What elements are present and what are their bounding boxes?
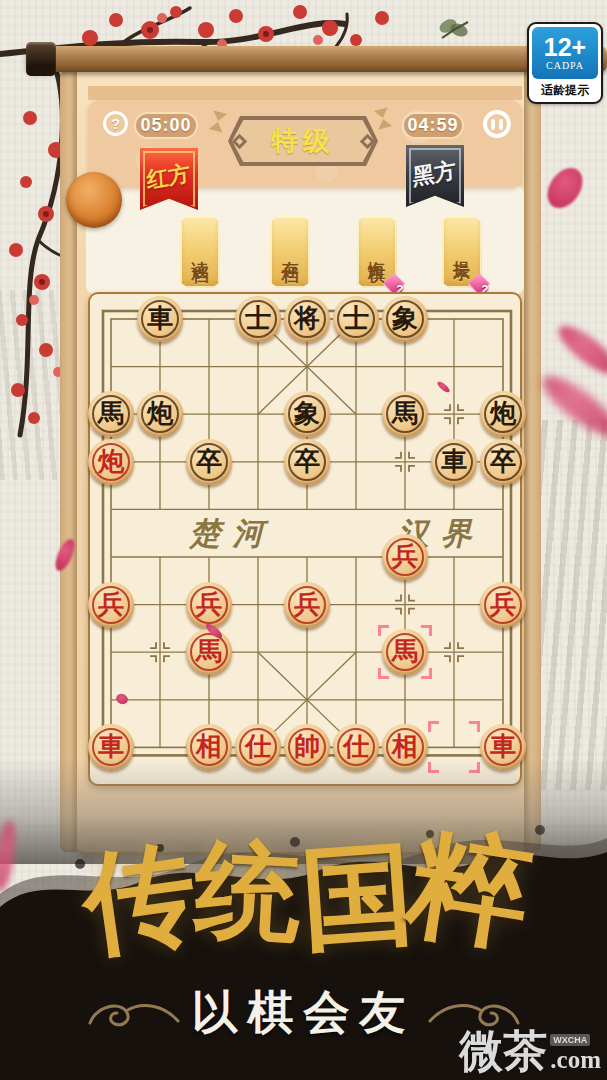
- butterfly-icon: [436, 14, 472, 46]
- cloud-flourish-left: [88, 995, 180, 1031]
- age-rating: 12+: [544, 35, 586, 60]
- piece-black-r0c1[interactable]: 車: [137, 296, 183, 342]
- piece-red-r6c0[interactable]: 兵: [88, 582, 134, 628]
- seal-medallion: [66, 172, 122, 228]
- piece-black-r2c8[interactable]: 炮: [480, 391, 526, 437]
- toolbar-button-3[interactable]: 悔棋2: [357, 216, 397, 288]
- toolbar-button-2[interactable]: 存档: [270, 216, 310, 288]
- watermark-name: 微茶: [459, 1032, 547, 1072]
- scroll-rod: [26, 46, 607, 72]
- age-rating-badge: 12+ CADPA 适龄提示: [527, 22, 603, 104]
- piece-black-r2c6[interactable]: 馬: [382, 391, 428, 437]
- piece-black-r2c4[interactable]: 象: [284, 391, 330, 437]
- last-move-to-marker: [421, 625, 432, 636]
- toolbar-button-1[interactable]: 读档: [180, 216, 220, 288]
- piece-black-r0c3[interactable]: 士: [235, 296, 281, 342]
- scroll-edge-right: [524, 72, 541, 852]
- piece-black-r2c0[interactable]: 馬: [88, 391, 134, 437]
- pause-button[interactable]: [483, 110, 511, 138]
- piece-black-r2c1[interactable]: 炮: [137, 391, 183, 437]
- help-button[interactable]: ?: [103, 111, 128, 136]
- level-badge: 特级: [228, 116, 378, 166]
- piece-black-r3c4[interactable]: 卒: [284, 439, 330, 485]
- piece-red-r7c6[interactable]: 馬: [382, 629, 428, 675]
- piece-red-r3c0[interactable]: 炮: [88, 439, 134, 485]
- question-mark-icon: ?: [111, 115, 120, 132]
- xiangqi-board[interactable]: 楚河汉界 車士将士象馬炮象馬炮炮卒卒車卒兵兵兵兵兵馬馬車相仕帥仕相車: [88, 292, 522, 786]
- toolbar-button-label: 读档: [189, 247, 212, 257]
- last-move-to-marker: [378, 668, 389, 679]
- toolbar-button-label: 提示: [450, 247, 473, 257]
- piece-black-r0c4[interactable]: 将: [284, 296, 330, 342]
- toolbar-button-label: 存档: [279, 247, 302, 257]
- piece-red-r6c4[interactable]: 兵: [284, 582, 330, 628]
- level-label: 特级: [271, 123, 335, 159]
- subtitle-text: 以棋会友: [192, 982, 416, 1044]
- watermark-suffix: .com: [550, 1047, 601, 1072]
- title-char: 粹: [400, 820, 537, 957]
- piece-black-r3c7[interactable]: 車: [431, 439, 477, 485]
- piece-black-r3c2[interactable]: 卒: [186, 439, 232, 485]
- toolbar-button-4[interactable]: 提示2: [442, 216, 482, 288]
- red-timer: 05:00: [134, 112, 198, 139]
- last-move-to-marker: [421, 668, 432, 679]
- screen: ? 05:00 04:59 特级 红方 黑方 读档存档悔棋2提示2 楚河汉界 車…: [0, 0, 607, 1080]
- piece-red-r6c2[interactable]: 兵: [186, 582, 232, 628]
- title-char: 传: [76, 836, 202, 962]
- toolbar-button-label: 悔棋: [365, 247, 388, 257]
- piece-red-r5c6[interactable]: 兵: [382, 534, 428, 580]
- page-title: 传统国粹: [0, 836, 607, 948]
- title-char: 国: [297, 837, 417, 957]
- scroll-hanger-band: [88, 86, 522, 100]
- title-char: 统: [192, 837, 303, 948]
- piece-red-r7c2[interactable]: 馬: [186, 629, 232, 675]
- watermark-badge: WXCHA: [550, 1034, 590, 1046]
- piece-black-r0c6[interactable]: 象: [382, 296, 428, 342]
- watermark: 微茶 WXCHA .com: [459, 1032, 601, 1072]
- piece-black-r3c8[interactable]: 卒: [480, 439, 526, 485]
- black-timer: 04:59: [402, 112, 464, 139]
- last-move-to-marker: [378, 625, 389, 636]
- pieces-layer: 車士将士象馬炮象馬炮炮卒卒車卒兵兵兵兵兵馬馬車相仕帥仕相車: [90, 294, 520, 784]
- age-rating-label: 适龄提示: [529, 82, 601, 102]
- age-rating-org: CADPA: [546, 60, 584, 71]
- piece-red-r6c8[interactable]: 兵: [480, 582, 526, 628]
- scroll-rod-cap: [26, 42, 56, 76]
- cloud-flourish-right: [428, 995, 520, 1031]
- piece-black-r0c5[interactable]: 士: [333, 296, 379, 342]
